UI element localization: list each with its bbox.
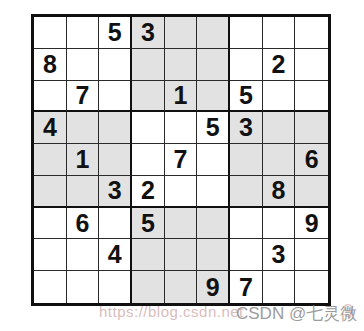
cell-r8c4[interactable] bbox=[132, 239, 165, 271]
cell-r1c3[interactable]: 5 bbox=[99, 17, 132, 49]
cell-r3c6[interactable] bbox=[197, 81, 230, 113]
cell-r7c1[interactable] bbox=[34, 208, 67, 240]
cell-r6c6[interactable] bbox=[197, 176, 230, 208]
cell-r9c5[interactable] bbox=[165, 271, 198, 303]
cell-r1c1[interactable] bbox=[34, 17, 67, 49]
cell-r3c5[interactable]: 1 bbox=[165, 81, 198, 113]
cell-r5c9[interactable]: 6 bbox=[295, 144, 328, 176]
cell-r5c3[interactable] bbox=[99, 144, 132, 176]
cell-r8c8[interactable]: 3 bbox=[263, 239, 296, 271]
cell-r4c7[interactable]: 3 bbox=[230, 112, 263, 144]
watermark-handle: CSDN @七灵微 bbox=[236, 302, 357, 325]
cell-r1c5[interactable] bbox=[165, 17, 198, 49]
cell-r6c7[interactable] bbox=[230, 176, 263, 208]
cell-r7c9[interactable]: 9 bbox=[295, 208, 328, 240]
cell-r1c8[interactable] bbox=[263, 17, 296, 49]
cell-r4c9[interactable] bbox=[295, 112, 328, 144]
cell-r4c6[interactable]: 5 bbox=[197, 112, 230, 144]
cell-r5c1[interactable] bbox=[34, 144, 67, 176]
cell-r6c4[interactable]: 2 bbox=[132, 176, 165, 208]
cell-r3c1[interactable] bbox=[34, 81, 67, 113]
cell-r8c6[interactable] bbox=[197, 239, 230, 271]
cell-r4c8[interactable] bbox=[263, 112, 296, 144]
cell-r2c4[interactable] bbox=[132, 49, 165, 81]
cell-r2c3[interactable] bbox=[99, 49, 132, 81]
cell-r6c8[interactable]: 8 bbox=[263, 176, 296, 208]
cell-r9c8[interactable] bbox=[263, 271, 296, 303]
cell-r3c7[interactable]: 5 bbox=[230, 81, 263, 113]
cell-r7c7[interactable] bbox=[230, 208, 263, 240]
cell-r4c2[interactable] bbox=[67, 112, 100, 144]
cell-r9c6[interactable]: 9 bbox=[197, 271, 230, 303]
cell-r2c8[interactable]: 2 bbox=[263, 49, 296, 81]
cell-r2c5[interactable] bbox=[165, 49, 198, 81]
cell-r5c5[interactable]: 7 bbox=[165, 144, 198, 176]
cell-r8c7[interactable] bbox=[230, 239, 263, 271]
cell-r3c3[interactable] bbox=[99, 81, 132, 113]
cell-r4c1[interactable]: 4 bbox=[34, 112, 67, 144]
cell-r2c7[interactable] bbox=[230, 49, 263, 81]
cell-r6c2[interactable] bbox=[67, 176, 100, 208]
cell-r3c2[interactable]: 7 bbox=[67, 81, 100, 113]
cell-r5c7[interactable] bbox=[230, 144, 263, 176]
cell-r9c1[interactable] bbox=[34, 271, 67, 303]
cell-r6c3[interactable]: 3 bbox=[99, 176, 132, 208]
cell-r2c9[interactable] bbox=[295, 49, 328, 81]
cell-r5c6[interactable] bbox=[197, 144, 230, 176]
cell-r5c8[interactable] bbox=[263, 144, 296, 176]
cell-r2c1[interactable]: 8 bbox=[34, 49, 67, 81]
cell-r5c4[interactable] bbox=[132, 144, 165, 176]
cell-r7c2[interactable]: 6 bbox=[67, 208, 100, 240]
cell-r9c4[interactable] bbox=[132, 271, 165, 303]
cell-r7c4[interactable]: 5 bbox=[132, 208, 165, 240]
cell-r7c6[interactable] bbox=[197, 208, 230, 240]
cell-r4c5[interactable] bbox=[165, 112, 198, 144]
cell-r8c2[interactable] bbox=[67, 239, 100, 271]
cell-r7c3[interactable] bbox=[99, 208, 132, 240]
cell-r1c9[interactable] bbox=[295, 17, 328, 49]
cell-r1c2[interactable] bbox=[67, 17, 100, 49]
cell-r8c9[interactable] bbox=[295, 239, 328, 271]
cell-r1c7[interactable] bbox=[230, 17, 263, 49]
cell-r3c9[interactable] bbox=[295, 81, 328, 113]
cell-r9c2[interactable] bbox=[67, 271, 100, 303]
cell-r9c9[interactable] bbox=[295, 271, 328, 303]
cell-r8c3[interactable]: 4 bbox=[99, 239, 132, 271]
cell-r8c5[interactable] bbox=[165, 239, 198, 271]
cell-r7c5[interactable] bbox=[165, 208, 198, 240]
cell-r6c1[interactable] bbox=[34, 176, 67, 208]
cell-r2c2[interactable] bbox=[67, 49, 100, 81]
cell-r3c4[interactable] bbox=[132, 81, 165, 113]
watermark-url: https://blog.csdn.net bbox=[99, 303, 244, 320]
cell-r4c3[interactable] bbox=[99, 112, 132, 144]
cell-r9c7[interactable]: 7 bbox=[230, 271, 263, 303]
cell-r4c4[interactable] bbox=[132, 112, 165, 144]
cell-r6c5[interactable] bbox=[165, 176, 198, 208]
cell-r1c6[interactable] bbox=[197, 17, 230, 49]
cell-r2c6[interactable] bbox=[197, 49, 230, 81]
cell-r9c3[interactable] bbox=[99, 271, 132, 303]
cell-r5c2[interactable]: 1 bbox=[67, 144, 100, 176]
cell-r6c9[interactable] bbox=[295, 176, 328, 208]
page: 53827154531763286594397 https://blog.csd… bbox=[0, 0, 364, 331]
cell-r7c8[interactable] bbox=[263, 208, 296, 240]
cell-r8c1[interactable] bbox=[34, 239, 67, 271]
cell-r1c4[interactable]: 3 bbox=[132, 17, 165, 49]
cell-r3c8[interactable] bbox=[263, 81, 296, 113]
sudoku-board: 53827154531763286594397 bbox=[31, 14, 331, 306]
